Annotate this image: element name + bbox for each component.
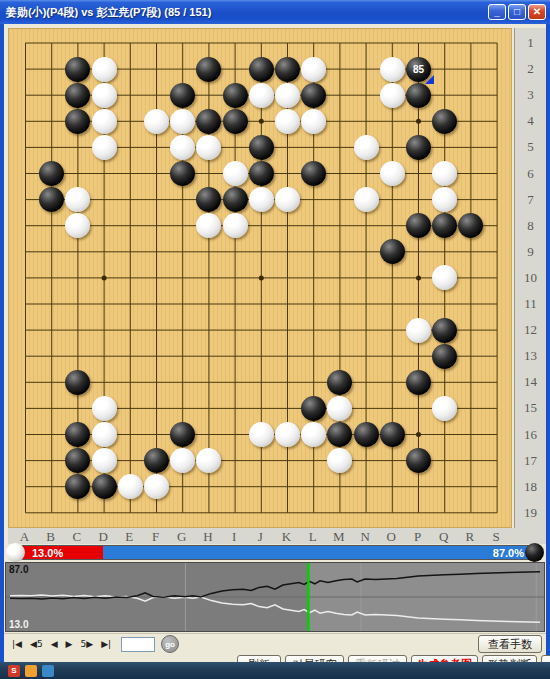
column-label-L: L xyxy=(309,529,317,545)
row-label-18: 18 xyxy=(515,479,546,495)
black-stone-icon xyxy=(525,543,544,562)
first-move-button[interactable]: |◀ xyxy=(8,637,26,651)
column-label-R: R xyxy=(466,529,475,545)
go-board[interactable]: 85 xyxy=(8,28,512,528)
white-stone-J16 xyxy=(249,422,274,447)
winrate-track: 13.0% 87.0% xyxy=(21,545,529,560)
row-label-19: 19 xyxy=(515,505,546,521)
row-label-4: 4 xyxy=(515,113,546,129)
window-title: 姜勋(小)(P4段) vs 彭立尭(P7段) (85 / 151) xyxy=(0,5,488,20)
column-label-S: S xyxy=(492,529,499,545)
black-stone-L15 xyxy=(301,396,326,421)
white-stone-K7 xyxy=(275,187,300,212)
black-stone-K2 xyxy=(275,57,300,82)
row-label-17: 17 xyxy=(515,453,546,469)
black-stone-P14 xyxy=(406,370,431,395)
row-label-11: 11 xyxy=(515,296,546,312)
app-window: 姜勋(小)(P4段) vs 彭立尭(P7段) (85 / 151) _ □ ✕ … xyxy=(0,0,550,679)
white-stone-D3 xyxy=(92,83,117,108)
column-label-B: B xyxy=(46,529,55,545)
row-label-5: 5 xyxy=(515,139,546,155)
black-stone-I4 xyxy=(223,109,248,134)
white-stone-I6 xyxy=(223,161,248,186)
white-stone-N7 xyxy=(354,187,379,212)
row-label-9: 9 xyxy=(515,244,546,260)
winrate-bar: 13.0% 87.0% xyxy=(6,544,544,561)
row-label-13: 13 xyxy=(515,348,546,364)
forward-5-button[interactable]: 5▶ xyxy=(76,637,97,651)
white-stone-P12 xyxy=(406,318,431,343)
black-stone-N16 xyxy=(354,422,379,447)
white-stone-D17 xyxy=(92,448,117,473)
back-5-button[interactable]: ◀5 xyxy=(26,637,47,651)
window-controls: _ □ ✕ xyxy=(488,4,550,20)
row-label-3: 3 xyxy=(515,87,546,103)
back-1-button[interactable]: ◀ xyxy=(47,637,62,651)
black-stone-I3 xyxy=(223,83,248,108)
row-label-6: 6 xyxy=(515,166,546,182)
row-label-16: 16 xyxy=(515,427,546,443)
column-label-H: H xyxy=(203,529,212,545)
column-label-A: A xyxy=(20,529,29,545)
row-label-1: 1 xyxy=(515,35,546,51)
column-label-E: E xyxy=(125,529,133,545)
black-stone-F17 xyxy=(144,448,169,473)
column-label-N: N xyxy=(360,529,369,545)
black-stone-P2: 85 xyxy=(406,57,431,82)
row-label-2: 2 xyxy=(515,61,546,77)
last-move-marker-icon xyxy=(425,75,434,84)
white-stone-O2 xyxy=(380,57,405,82)
white-stone-E18 xyxy=(118,474,143,499)
black-stone-P17 xyxy=(406,448,431,473)
black-stone-C3 xyxy=(65,83,90,108)
column-label-O: O xyxy=(387,529,396,545)
taskbar-icon-sogou[interactable]: S xyxy=(8,665,20,677)
white-stone-D4 xyxy=(92,109,117,134)
black-winrate-value: 87.0% xyxy=(493,547,524,559)
white-stone-O6 xyxy=(380,161,405,186)
move-number-input[interactable] xyxy=(121,637,155,652)
view-moves-button[interactable]: 查看手数 xyxy=(478,635,542,653)
graph-top-label: 87.0 xyxy=(9,564,28,575)
black-stone-Q12 xyxy=(432,318,457,343)
column-label-C: C xyxy=(73,529,82,545)
row-label-12: 12 xyxy=(515,322,546,338)
white-stone-K3 xyxy=(275,83,300,108)
taskbar-icon-orange[interactable] xyxy=(25,665,37,677)
white-stone-icon xyxy=(6,543,25,562)
white-stone-F4 xyxy=(144,109,169,134)
white-stone-K16 xyxy=(275,422,300,447)
black-stone-Q13 xyxy=(432,344,457,369)
winrate-graph[interactable]: 87.0 13.0 xyxy=(5,562,545,632)
black-stone-D18 xyxy=(92,474,117,499)
black-stone-H2 xyxy=(196,57,221,82)
column-label-P: P xyxy=(414,529,421,545)
window-border-left xyxy=(0,24,4,662)
row-label-7: 7 xyxy=(515,192,546,208)
white-winrate-value: 13.0% xyxy=(32,547,63,559)
black-stone-G3 xyxy=(170,83,195,108)
column-labels: ABCDEFGHIJKLMNOPQRS xyxy=(8,528,546,544)
forward-1-button[interactable]: ▶ xyxy=(62,637,77,651)
white-stone-Q15 xyxy=(432,396,457,421)
white-stone-G5 xyxy=(170,135,195,160)
row-label-10: 10 xyxy=(515,270,546,286)
navigation-bar: |◀◀5◀▶5▶▶| go 查看手数 xyxy=(4,633,546,654)
black-stone-L3 xyxy=(301,83,326,108)
black-stone-O9 xyxy=(380,239,405,264)
black-stone-O16 xyxy=(380,422,405,447)
go-button[interactable]: go xyxy=(161,635,179,653)
column-label-G: G xyxy=(177,529,186,545)
row-labels: 12345678910111213141516171819 xyxy=(514,28,546,528)
white-stone-L2 xyxy=(301,57,326,82)
winrate-curves xyxy=(6,563,544,631)
white-stone-D16 xyxy=(92,422,117,447)
white-stone-K4 xyxy=(275,109,300,134)
white-stone-J3 xyxy=(249,83,274,108)
column-label-J: J xyxy=(258,529,263,545)
white-stone-D2 xyxy=(92,57,117,82)
white-stone-O3 xyxy=(380,83,405,108)
white-stone-D5 xyxy=(92,135,117,160)
white-stone-N5 xyxy=(354,135,379,160)
nav-buttons: |◀◀5◀▶5▶▶| xyxy=(4,637,115,651)
maximize-button[interactable]: □ xyxy=(508,4,526,20)
white-stone-L4 xyxy=(301,109,326,134)
white-stone-J7 xyxy=(249,187,274,212)
row-label-8: 8 xyxy=(515,218,546,234)
black-stone-J6 xyxy=(249,161,274,186)
white-stone-I8 xyxy=(223,213,248,238)
black-winrate-segment: 87.0% xyxy=(103,546,528,559)
row-label-14: 14 xyxy=(515,374,546,390)
black-stone-J2 xyxy=(249,57,274,82)
row-label-15: 15 xyxy=(515,400,546,416)
column-label-I: I xyxy=(232,529,236,545)
white-winrate-segment: 13.0% xyxy=(22,546,103,559)
black-stone-P3 xyxy=(406,83,431,108)
column-label-Q: Q xyxy=(439,529,448,545)
white-stone-G4 xyxy=(170,109,195,134)
taskbar[interactable]: S xyxy=(0,662,550,679)
last-move-button[interactable]: ▶| xyxy=(97,637,115,651)
close-button[interactable]: ✕ xyxy=(528,4,546,20)
column-label-M: M xyxy=(333,529,345,545)
black-stone-C2 xyxy=(65,57,90,82)
white-stone-D15 xyxy=(92,396,117,421)
column-label-K: K xyxy=(282,529,291,545)
black-stone-Q4 xyxy=(432,109,457,134)
last-move-number: 85 xyxy=(413,64,424,75)
title-bar[interactable]: 姜勋(小)(P4段) vs 彭立尭(P7段) (85 / 151) _ □ ✕ xyxy=(0,0,550,24)
column-label-F: F xyxy=(152,529,159,545)
taskbar-icons: S xyxy=(8,665,54,677)
graph-bottom-label: 13.0 xyxy=(9,619,28,630)
black-stone-J5 xyxy=(249,135,274,160)
minimize-button[interactable]: _ xyxy=(488,4,506,20)
black-stone-P5 xyxy=(406,135,431,160)
column-label-D: D xyxy=(98,529,107,545)
window-border-right xyxy=(546,24,550,662)
black-stone-I7 xyxy=(223,187,248,212)
taskbar-icon-blue[interactable] xyxy=(42,665,54,677)
